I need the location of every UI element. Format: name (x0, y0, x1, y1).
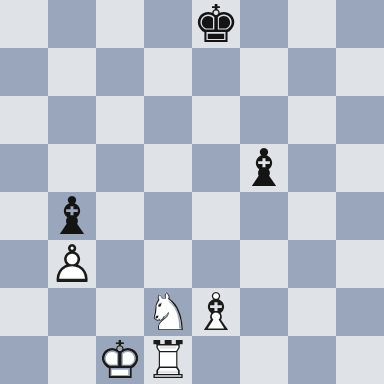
square-c4[interactable] (96, 192, 144, 240)
square-d5[interactable] (144, 144, 192, 192)
square-g1[interactable] (288, 336, 336, 384)
square-a5[interactable] (0, 144, 48, 192)
square-d8[interactable] (144, 0, 192, 48)
square-f4[interactable] (240, 192, 288, 240)
square-d2[interactable]: ♞♘ (144, 288, 192, 336)
square-d7[interactable] (144, 48, 192, 96)
square-e1[interactable] (192, 336, 240, 384)
square-c8[interactable] (96, 0, 144, 48)
square-d1[interactable]: ♜♖ (144, 336, 192, 384)
square-a3[interactable] (0, 240, 48, 288)
square-b2[interactable] (48, 288, 96, 336)
square-h4[interactable] (336, 192, 384, 240)
square-b6[interactable] (48, 96, 96, 144)
square-a2[interactable] (0, 288, 48, 336)
square-d6[interactable] (144, 96, 192, 144)
square-g4[interactable] (288, 192, 336, 240)
piece-white-bishop: ♝♗ (192, 288, 240, 336)
white-pawn-glyph: ♙ (48, 240, 96, 288)
square-g8[interactable] (288, 0, 336, 48)
square-h6[interactable] (336, 96, 384, 144)
square-e4[interactable] (192, 192, 240, 240)
square-b4[interactable]: ♝ (48, 192, 96, 240)
piece-black-bishop: ♝ (48, 192, 96, 240)
piece-black-king: ♚ (192, 0, 240, 48)
square-f2[interactable] (240, 288, 288, 336)
square-e3[interactable] (192, 240, 240, 288)
square-g3[interactable] (288, 240, 336, 288)
square-g6[interactable] (288, 96, 336, 144)
black-king-glyph: ♚ (192, 0, 240, 48)
white-king-glyph: ♔ (96, 336, 144, 384)
square-c6[interactable] (96, 96, 144, 144)
square-b7[interactable] (48, 48, 96, 96)
square-f7[interactable] (240, 48, 288, 96)
black-bishop-glyph: ♝ (240, 144, 288, 192)
piece-white-king: ♚♔ (96, 336, 144, 384)
square-h2[interactable] (336, 288, 384, 336)
piece-black-bishop: ♝ (240, 144, 288, 192)
square-a8[interactable] (0, 0, 48, 48)
square-f8[interactable] (240, 0, 288, 48)
square-b1[interactable] (48, 336, 96, 384)
square-g5[interactable] (288, 144, 336, 192)
square-a1[interactable] (0, 336, 48, 384)
square-e8[interactable]: ♚ (192, 0, 240, 48)
square-h7[interactable] (336, 48, 384, 96)
piece-white-pawn: ♟♙ (48, 240, 96, 288)
square-c2[interactable] (96, 288, 144, 336)
white-rook-glyph: ♖ (144, 336, 192, 384)
square-e2[interactable]: ♝♗ (192, 288, 240, 336)
square-b3[interactable]: ♟♙ (48, 240, 96, 288)
square-g2[interactable] (288, 288, 336, 336)
square-f5[interactable]: ♝ (240, 144, 288, 192)
white-bishop-glyph: ♗ (192, 288, 240, 336)
square-h5[interactable] (336, 144, 384, 192)
square-f6[interactable] (240, 96, 288, 144)
chess-board: ♚♝♝♟♙♞♘♝♗♚♔♜♖ (0, 0, 384, 384)
square-a7[interactable] (0, 48, 48, 96)
square-a6[interactable] (0, 96, 48, 144)
square-g7[interactable] (288, 48, 336, 96)
black-bishop-glyph: ♝ (48, 192, 96, 240)
square-e5[interactable] (192, 144, 240, 192)
piece-white-rook: ♜♖ (144, 336, 192, 384)
square-c3[interactable] (96, 240, 144, 288)
square-a4[interactable] (0, 192, 48, 240)
piece-white-knight: ♞♘ (144, 288, 192, 336)
square-b8[interactable] (48, 0, 96, 48)
square-h8[interactable] (336, 0, 384, 48)
square-f3[interactable] (240, 240, 288, 288)
square-h3[interactable] (336, 240, 384, 288)
square-c5[interactable] (96, 144, 144, 192)
square-f1[interactable] (240, 336, 288, 384)
square-d4[interactable] (144, 192, 192, 240)
square-e6[interactable] (192, 96, 240, 144)
white-knight-glyph: ♘ (144, 288, 192, 336)
square-d3[interactable] (144, 240, 192, 288)
square-h1[interactable] (336, 336, 384, 384)
square-b5[interactable] (48, 144, 96, 192)
square-e7[interactable] (192, 48, 240, 96)
square-c7[interactable] (96, 48, 144, 96)
square-c1[interactable]: ♚♔ (96, 336, 144, 384)
